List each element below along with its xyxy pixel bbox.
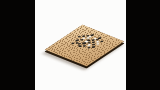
- photo-background: [35, 0, 126, 90]
- black-stone: [76, 35, 80, 37]
- black-stone: [77, 44, 81, 46]
- black-stone: [70, 41, 74, 43]
- letterbox-left-bar: [0, 0, 35, 90]
- screenshot-stage: [0, 0, 160, 90]
- letterbox-right-bar: [126, 0, 160, 90]
- board-surface: [44, 24, 124, 66]
- black-stone: [86, 46, 90, 48]
